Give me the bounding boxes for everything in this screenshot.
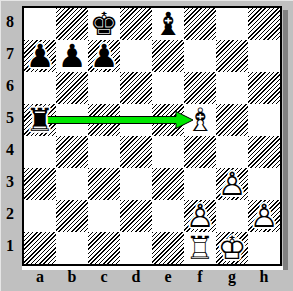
square-b4[interactable]	[56, 136, 88, 168]
square-f3[interactable]	[184, 168, 216, 200]
square-g6[interactable]	[216, 72, 248, 104]
file-label-a: a	[30, 268, 50, 286]
piece-glyph: ♔	[216, 232, 248, 264]
file-label-h: h	[254, 268, 274, 286]
piece-glyph: ♟	[56, 40, 88, 72]
board-shadow	[283, 10, 288, 270]
square-c4[interactable]	[88, 136, 120, 168]
piece-glyph: ♟	[24, 40, 56, 72]
white-bishop-f5[interactable]: ♝♗	[184, 104, 216, 136]
square-b2[interactable]	[56, 200, 88, 232]
square-a1[interactable]	[24, 232, 56, 264]
file-label-e: e	[158, 268, 178, 286]
rank-label-6: 6	[0, 77, 20, 95]
square-d7[interactable]	[120, 40, 152, 72]
square-h5[interactable]	[248, 104, 280, 136]
chess-diagram-window: ♚♚♝♝♟♟♟♟♟♟♜♜♝♗♟♙♟♙♟♙♜♖♚♔ 87654321 abcdef…	[0, 0, 293, 291]
square-c2[interactable]	[88, 200, 120, 232]
square-g7[interactable]	[216, 40, 248, 72]
piece-glyph: ♜	[24, 104, 56, 136]
file-label-c: c	[94, 268, 114, 286]
square-e3[interactable]	[152, 168, 184, 200]
square-d8[interactable]	[120, 8, 152, 40]
square-f4[interactable]	[184, 136, 216, 168]
file-label-g: g	[222, 268, 242, 286]
square-b5[interactable]	[56, 104, 88, 136]
black-bishop-e8[interactable]: ♝♝	[152, 8, 184, 40]
rank-label-3: 3	[0, 173, 20, 191]
piece-glyph: ♚	[88, 8, 120, 40]
square-a2[interactable]	[24, 200, 56, 232]
black-king-c8[interactable]: ♚♚	[88, 8, 120, 40]
square-f6[interactable]	[184, 72, 216, 104]
piece-glyph: ♙	[216, 168, 248, 200]
piece-glyph: ♝	[152, 8, 184, 40]
square-c5[interactable]	[88, 104, 120, 136]
rank-label-1: 1	[0, 237, 20, 255]
piece-glyph: ♗	[184, 104, 216, 136]
square-b8[interactable]	[56, 8, 88, 40]
black-pawn-c7[interactable]: ♟♟	[88, 40, 120, 72]
square-e5[interactable]	[152, 104, 184, 136]
black-pawn-a7[interactable]: ♟♟	[24, 40, 56, 72]
square-d1[interactable]	[120, 232, 152, 264]
black-rook-a5[interactable]: ♜♜	[24, 104, 56, 136]
square-b3[interactable]	[56, 168, 88, 200]
rank-label-5: 5	[0, 109, 20, 127]
rank-label-4: 4	[0, 141, 20, 159]
file-label-b: b	[62, 268, 82, 286]
white-pawn-h2[interactable]: ♟♙	[248, 200, 280, 232]
white-king-g1[interactable]: ♚♔	[216, 232, 248, 264]
square-h8[interactable]	[248, 8, 280, 40]
white-rook-f1[interactable]: ♜♖	[184, 232, 216, 264]
square-d5[interactable]	[120, 104, 152, 136]
piece-glyph: ♖	[184, 232, 216, 264]
piece-glyph: ♟	[88, 40, 120, 72]
square-b1[interactable]	[56, 232, 88, 264]
square-h3[interactable]	[248, 168, 280, 200]
square-c3[interactable]	[88, 168, 120, 200]
square-a3[interactable]	[24, 168, 56, 200]
square-d2[interactable]	[120, 200, 152, 232]
square-e2[interactable]	[152, 200, 184, 232]
square-e4[interactable]	[152, 136, 184, 168]
black-pawn-b7[interactable]: ♟♟	[56, 40, 88, 72]
square-a8[interactable]	[24, 8, 56, 40]
square-b6[interactable]	[56, 72, 88, 104]
square-d4[interactable]	[120, 136, 152, 168]
square-f7[interactable]	[184, 40, 216, 72]
square-h1[interactable]	[248, 232, 280, 264]
square-e1[interactable]	[152, 232, 184, 264]
piece-glyph: ♙	[184, 200, 216, 232]
square-h4[interactable]	[248, 136, 280, 168]
square-a4[interactable]	[24, 136, 56, 168]
rank-label-7: 7	[0, 45, 20, 63]
file-label-d: d	[126, 268, 146, 286]
square-c6[interactable]	[88, 72, 120, 104]
square-c1[interactable]	[88, 232, 120, 264]
rank-label-8: 8	[0, 13, 20, 31]
rank-label-2: 2	[0, 205, 20, 223]
square-e6[interactable]	[152, 72, 184, 104]
square-f8[interactable]	[184, 8, 216, 40]
square-g2[interactable]	[216, 200, 248, 232]
square-g8[interactable]	[216, 8, 248, 40]
square-e7[interactable]	[152, 40, 184, 72]
white-pawn-g3[interactable]: ♟♙	[216, 168, 248, 200]
square-d3[interactable]	[120, 168, 152, 200]
square-h7[interactable]	[248, 40, 280, 72]
piece-glyph: ♙	[248, 200, 280, 232]
file-label-f: f	[190, 268, 210, 286]
white-pawn-f2[interactable]: ♟♙	[184, 200, 216, 232]
square-d6[interactable]	[120, 72, 152, 104]
square-g4[interactable]	[216, 136, 248, 168]
square-a6[interactable]	[24, 72, 56, 104]
square-g5[interactable]	[216, 104, 248, 136]
square-h6[interactable]	[248, 72, 280, 104]
